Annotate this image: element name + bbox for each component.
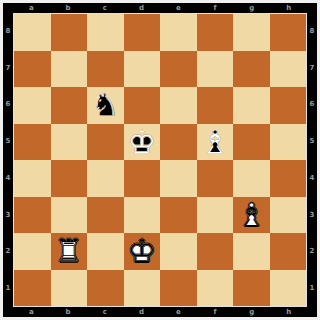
square-h2[interactable] <box>270 233 307 270</box>
white-king-detail: ♔ <box>124 233 161 270</box>
square-a3[interactable] <box>14 197 51 234</box>
square-h5[interactable] <box>270 124 307 161</box>
white-rook[interactable]: ♜♖ <box>51 233 88 270</box>
square-a8[interactable] <box>14 14 51 51</box>
square-e8[interactable] <box>160 14 197 51</box>
rank-label-6: 6 <box>3 87 13 124</box>
square-b4[interactable] <box>51 160 88 197</box>
square-d2[interactable]: ♚♔ <box>124 233 161 270</box>
square-b2[interactable]: ♜♖ <box>51 233 88 270</box>
square-e3[interactable] <box>160 197 197 234</box>
square-b1[interactable] <box>51 270 88 307</box>
square-c2[interactable] <box>87 233 124 270</box>
file-label-f: f <box>197 307 234 317</box>
square-d8[interactable] <box>124 14 161 51</box>
square-b5[interactable] <box>51 124 88 161</box>
white-bishop-detail: ♗ <box>233 197 270 234</box>
square-e2[interactable] <box>160 233 197 270</box>
square-f2[interactable] <box>197 233 234 270</box>
file-label-c: c <box>87 3 124 13</box>
file-label-a: a <box>13 3 50 13</box>
square-f4[interactable] <box>197 160 234 197</box>
rank-label-5: 5 <box>3 123 13 160</box>
square-c7[interactable] <box>87 51 124 88</box>
square-c4[interactable] <box>87 160 124 197</box>
file-label-h: h <box>270 307 307 317</box>
file-label-d: d <box>123 3 160 13</box>
square-f8[interactable] <box>197 14 234 51</box>
square-c5[interactable] <box>87 124 124 161</box>
square-a1[interactable] <box>14 270 51 307</box>
square-h3[interactable] <box>270 197 307 234</box>
square-e1[interactable] <box>160 270 197 307</box>
square-d3[interactable] <box>124 197 161 234</box>
square-f1[interactable] <box>197 270 234 307</box>
file-label-g: g <box>234 3 271 13</box>
black-knight-detail: ♘ <box>87 87 124 124</box>
rank-label-1: 1 <box>307 270 317 307</box>
square-e7[interactable] <box>160 51 197 88</box>
rank-label-8: 8 <box>307 13 317 50</box>
rank-label-2: 2 <box>3 234 13 271</box>
rank-label-7: 7 <box>307 50 317 87</box>
board: ♞♘♚♔♝♗♝♗♜♖♚♔ <box>13 13 307 307</box>
square-g4[interactable] <box>233 160 270 197</box>
rank-label-5: 5 <box>307 123 317 160</box>
square-h8[interactable] <box>270 14 307 51</box>
square-e4[interactable] <box>160 160 197 197</box>
square-d1[interactable] <box>124 270 161 307</box>
file-label-g: g <box>234 307 271 317</box>
square-b3[interactable] <box>51 197 88 234</box>
square-f3[interactable] <box>197 197 234 234</box>
square-c6[interactable]: ♞♘ <box>87 87 124 124</box>
square-a5[interactable] <box>14 124 51 161</box>
chess-diagram: abcdefgh 87654321 ♞♘♚♔♝♗♝♗♜♖♚♔ 87654321 … <box>0 0 320 320</box>
square-d5[interactable]: ♚♔ <box>124 124 161 161</box>
file-label-b: b <box>50 307 87 317</box>
square-e6[interactable] <box>160 87 197 124</box>
white-bishop[interactable]: ♝♗ <box>233 197 270 234</box>
white-king[interactable]: ♚♔ <box>124 233 161 270</box>
square-f5[interactable]: ♝♗ <box>197 124 234 161</box>
square-g7[interactable] <box>233 51 270 88</box>
square-g3[interactable]: ♝♗ <box>233 197 270 234</box>
square-h4[interactable] <box>270 160 307 197</box>
square-f7[interactable] <box>197 51 234 88</box>
square-a6[interactable] <box>14 87 51 124</box>
rank-label-6: 6 <box>307 87 317 124</box>
square-g5[interactable] <box>233 124 270 161</box>
file-label-c: c <box>87 307 124 317</box>
square-c3[interactable] <box>87 197 124 234</box>
black-knight[interactable]: ♞♘ <box>87 87 124 124</box>
square-g6[interactable] <box>233 87 270 124</box>
square-h6[interactable] <box>270 87 307 124</box>
square-a2[interactable] <box>14 233 51 270</box>
rank-label-1: 1 <box>3 270 13 307</box>
square-c8[interactable] <box>87 14 124 51</box>
file-label-h: h <box>270 3 307 13</box>
square-b8[interactable] <box>51 14 88 51</box>
square-d6[interactable] <box>124 87 161 124</box>
white-rook-detail: ♖ <box>51 233 88 270</box>
rank-label-2: 2 <box>307 234 317 271</box>
black-bishop[interactable]: ♝♗ <box>197 124 234 161</box>
rank-label-7: 7 <box>3 50 13 87</box>
rank-label-4: 4 <box>3 160 13 197</box>
file-label-b: b <box>50 3 87 13</box>
square-h1[interactable] <box>270 270 307 307</box>
file-labels-top: abcdefgh <box>13 3 307 13</box>
square-a4[interactable] <box>14 160 51 197</box>
square-c1[interactable] <box>87 270 124 307</box>
file-label-f: f <box>197 3 234 13</box>
black-king-detail: ♔ <box>124 124 161 161</box>
file-label-e: e <box>160 3 197 13</box>
rank-labels-right: 87654321 <box>307 13 317 307</box>
rank-label-3: 3 <box>307 197 317 234</box>
file-label-d: d <box>123 307 160 317</box>
square-f6[interactable] <box>197 87 234 124</box>
square-g2[interactable] <box>233 233 270 270</box>
square-h7[interactable] <box>270 51 307 88</box>
rank-label-8: 8 <box>3 13 13 50</box>
file-label-e: e <box>160 307 197 317</box>
rank-label-3: 3 <box>3 197 13 234</box>
rank-label-4: 4 <box>307 160 317 197</box>
black-bishop-detail: ♗ <box>197 124 234 161</box>
file-labels-bottom: abcdefgh <box>13 307 307 317</box>
square-b7[interactable] <box>51 51 88 88</box>
square-d7[interactable] <box>124 51 161 88</box>
square-g1[interactable] <box>233 270 270 307</box>
square-b6[interactable] <box>51 87 88 124</box>
square-g8[interactable] <box>233 14 270 51</box>
square-d4[interactable] <box>124 160 161 197</box>
file-label-a: a <box>13 307 50 317</box>
rank-labels-left: 87654321 <box>3 13 13 307</box>
board-frame: abcdefgh 87654321 ♞♘♚♔♝♗♝♗♜♖♚♔ 87654321 … <box>3 3 317 317</box>
square-e5[interactable] <box>160 124 197 161</box>
square-a7[interactable] <box>14 51 51 88</box>
black-king[interactable]: ♚♔ <box>124 124 161 161</box>
